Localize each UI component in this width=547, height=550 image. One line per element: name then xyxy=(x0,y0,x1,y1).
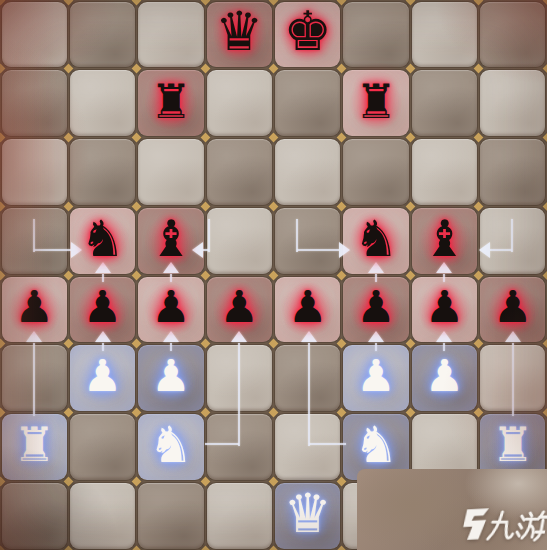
knight-glyph: ♞ xyxy=(354,214,399,264)
square-a8[interactable] xyxy=(2,2,67,68)
pawn-glyph: ♟ xyxy=(151,354,190,398)
piece-black-bishop-g5[interactable]: ♝ xyxy=(410,206,478,275)
square-f6[interactable] xyxy=(343,139,408,205)
arrow-segment-into-bishop-g5 xyxy=(511,219,514,252)
piece-white-pawn-b3[interactable]: ♟ xyxy=(68,344,136,413)
square-e6[interactable] xyxy=(275,139,340,205)
square-a7[interactable] xyxy=(2,70,67,136)
knight-glyph: ♞ xyxy=(354,420,399,470)
pawn-glyph: ♟ xyxy=(83,354,122,398)
arrow-head-into-bishop-g5 xyxy=(479,242,490,258)
piece-white-queen-e1[interactable]: ♛ xyxy=(274,481,342,550)
pawn-glyph: ♟ xyxy=(425,354,464,398)
piece-black-pawn-d4[interactable]: ♟ xyxy=(205,275,273,344)
bishop-glyph: ♝ xyxy=(422,214,467,264)
bishop-glyph: ♝ xyxy=(149,214,194,264)
king-glyph: ♚ xyxy=(283,5,331,59)
piece-black-knight-f5[interactable]: ♞ xyxy=(342,206,410,275)
square-b2[interactable] xyxy=(70,414,135,480)
watermark-blur-panel xyxy=(357,469,547,550)
square-g6[interactable] xyxy=(412,139,477,205)
arrow-segment-into-knight-f5 xyxy=(296,219,299,252)
square-b8[interactable] xyxy=(70,2,135,68)
knight-glyph: ♞ xyxy=(149,420,194,470)
rook-glyph: ♜ xyxy=(492,421,534,468)
square-g7[interactable] xyxy=(412,70,477,136)
rook-glyph: ♜ xyxy=(150,78,192,125)
square-e5[interactable] xyxy=(275,208,340,274)
pawn-glyph: ♟ xyxy=(220,285,259,329)
square-d7[interactable] xyxy=(207,70,272,136)
piece-black-knight-b5[interactable]: ♞ xyxy=(68,206,136,275)
pawn-glyph: ♟ xyxy=(493,285,532,329)
piece-black-pawn-b4[interactable]: ♟ xyxy=(68,275,136,344)
piece-black-pawn-g4[interactable]: ♟ xyxy=(410,275,478,344)
piece-black-queen-d8[interactable]: ♛ xyxy=(205,0,273,69)
square-a6[interactable] xyxy=(2,139,67,205)
pawn-glyph: ♟ xyxy=(83,285,122,329)
pawn-glyph: ♟ xyxy=(425,285,464,329)
arrow-segment-rook-h2-to-pawn-h4 xyxy=(512,343,515,416)
rook-glyph: ♜ xyxy=(355,78,397,125)
pawn-glyph: ♟ xyxy=(151,285,190,329)
knight-glyph: ♞ xyxy=(80,214,125,264)
arrow-segment-knight-c2-to-pawn-d4 xyxy=(205,443,239,446)
piece-white-pawn-f3[interactable]: ♟ xyxy=(342,344,410,413)
square-a1[interactable] xyxy=(2,483,67,549)
piece-black-king-e8[interactable]: ♚ xyxy=(274,0,342,69)
square-b1[interactable] xyxy=(70,483,135,549)
piece-black-bishop-c5[interactable]: ♝ xyxy=(137,206,205,275)
square-d5[interactable] xyxy=(207,208,272,274)
pawn-glyph: ♟ xyxy=(288,285,327,329)
arrow-segment-into-bishop-c5 xyxy=(208,219,211,252)
square-c8[interactable] xyxy=(138,2,203,68)
square-c1[interactable] xyxy=(138,483,203,549)
pawn-glyph: ♟ xyxy=(356,285,395,329)
square-h8[interactable] xyxy=(480,2,545,68)
square-c6[interactable] xyxy=(138,139,203,205)
queen-glyph: ♛ xyxy=(283,487,331,541)
square-d1[interactable] xyxy=(207,483,272,549)
pawn-glyph: ♟ xyxy=(14,285,53,329)
piece-black-pawn-f4[interactable]: ♟ xyxy=(342,275,410,344)
piece-black-pawn-a4[interactable]: ♟ xyxy=(0,275,68,344)
square-f8[interactable] xyxy=(343,2,408,68)
queen-glyph: ♛ xyxy=(215,5,263,59)
piece-white-rook-a2[interactable]: ♜ xyxy=(0,413,68,482)
piece-black-pawn-c4[interactable]: ♟ xyxy=(137,275,205,344)
piece-black-pawn-h4[interactable]: ♟ xyxy=(479,275,547,344)
arrow-segment-rook-a2-to-pawn-a4 xyxy=(33,343,36,416)
chess-battle-screenshot: ♛♚♜♜♞♝♞♝♟♟♟♟♟♟♟♟♟♟♟♟♜♞♞♜♛ 九游 xyxy=(0,0,547,550)
piece-white-pawn-c3[interactable]: ♟ xyxy=(137,344,205,413)
arrow-segment-knight-f2-to-pawn-e4 xyxy=(308,343,311,446)
square-h7[interactable] xyxy=(480,70,545,136)
piece-black-rook-c7[interactable]: ♜ xyxy=(137,69,205,138)
pawn-glyph: ♟ xyxy=(356,354,395,398)
piece-black-pawn-e4[interactable]: ♟ xyxy=(274,275,342,344)
arrow-segment-knight-c2-to-pawn-d4 xyxy=(238,343,241,446)
arrow-segment-into-knight-f5 xyxy=(297,249,339,252)
piece-white-knight-c2[interactable]: ♞ xyxy=(137,413,205,482)
arrow-segment-knight-f2-to-pawn-e4 xyxy=(309,443,346,446)
corner-stud xyxy=(542,201,547,211)
arrow-segment-into-bishop-g5 xyxy=(490,249,512,252)
arrow-segment-into-knight-b5 xyxy=(34,249,71,252)
rook-glyph: ♜ xyxy=(13,421,55,468)
square-e7[interactable] xyxy=(275,70,340,136)
corner-stud xyxy=(542,133,547,143)
square-b6[interactable] xyxy=(70,139,135,205)
square-h6[interactable] xyxy=(480,139,545,205)
piece-white-pawn-g3[interactable]: ♟ xyxy=(410,344,478,413)
square-b7[interactable] xyxy=(70,70,135,136)
square-g8[interactable] xyxy=(412,2,477,68)
arrow-segment-into-knight-b5 xyxy=(33,219,36,252)
square-d6[interactable] xyxy=(207,139,272,205)
piece-black-rook-f7[interactable]: ♜ xyxy=(342,69,410,138)
